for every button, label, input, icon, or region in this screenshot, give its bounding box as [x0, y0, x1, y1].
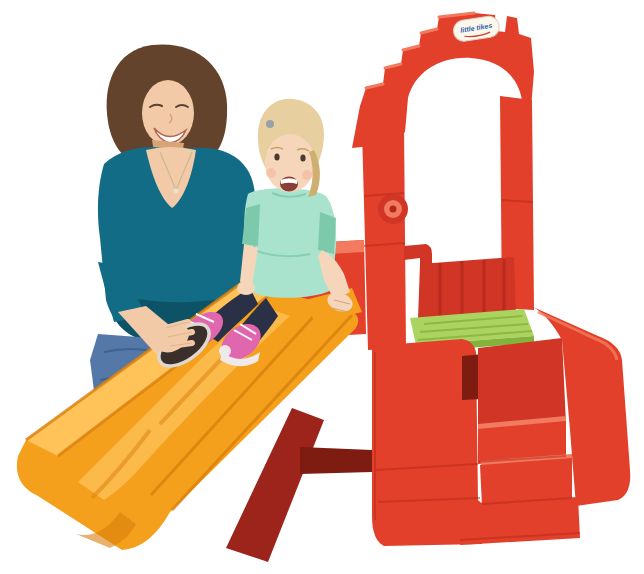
rear-support-brace	[300, 447, 372, 474]
steps-base	[458, 497, 580, 545]
steps-back-wall	[478, 338, 566, 430]
hub-knob	[378, 194, 408, 224]
scene-canvas: little tikes	[0, 0, 644, 574]
toddler-cheek-left	[266, 168, 276, 178]
shoe-far-toe	[219, 345, 231, 357]
toddler-sleeve-far	[318, 212, 336, 254]
hub-center	[390, 206, 397, 213]
tower-left-pillar	[362, 126, 406, 350]
necklace-pendant	[174, 189, 179, 194]
toddler-eye-left	[274, 153, 279, 160]
product-photo: little tikes	[0, 0, 644, 574]
toddler-eye-right	[300, 154, 305, 161]
tower-back-wall	[418, 257, 516, 319]
toddler-hand-near	[237, 281, 255, 295]
toddler-cheek-right	[302, 170, 312, 180]
toddler-hair-clip	[266, 120, 274, 128]
